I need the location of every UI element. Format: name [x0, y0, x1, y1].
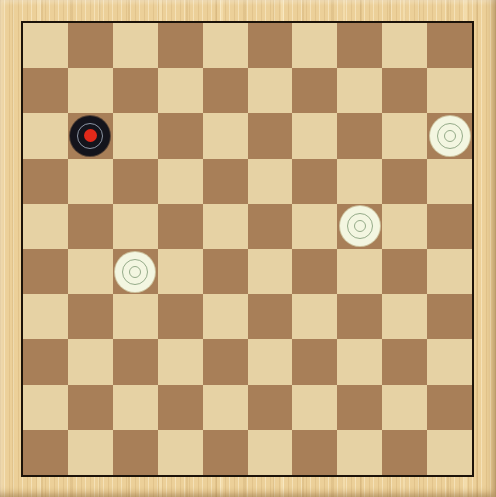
wooden-frame [0, 0, 496, 497]
board-square-r6-c1[interactable] [68, 294, 113, 339]
board-square-r9-c5[interactable] [248, 430, 293, 475]
board-square-r3-c4[interactable] [203, 159, 248, 204]
board-square-r9-c7[interactable] [337, 430, 382, 475]
board-square-r8-c0[interactable] [23, 385, 68, 430]
board-square-r0-c9[interactable] [427, 23, 472, 68]
board-square-r2-c2[interactable] [113, 113, 158, 158]
board-square-r7-c4[interactable] [203, 339, 248, 384]
board-square-r3-c1[interactable] [68, 159, 113, 204]
board-square-r8-c5[interactable] [248, 385, 293, 430]
board-square-r4-c6[interactable] [292, 204, 337, 249]
board-square-r1-c2[interactable] [113, 68, 158, 113]
piece-inner-ring [129, 266, 141, 278]
board-square-r8-c6[interactable] [292, 385, 337, 430]
board-square-r2-c0[interactable] [23, 113, 68, 158]
piece-inner-ring [444, 130, 456, 142]
board-square-r0-c7[interactable] [337, 23, 382, 68]
board-square-r8-c9[interactable] [427, 385, 472, 430]
board-square-r3-c9[interactable] [427, 159, 472, 204]
board-square-r6-c6[interactable] [292, 294, 337, 339]
board-square-r5-c5[interactable] [248, 249, 293, 294]
board-square-r4-c1[interactable] [68, 204, 113, 249]
board-square-r2-c7[interactable] [337, 113, 382, 158]
board-square-r7-c3[interactable] [158, 339, 203, 384]
board-square-r6-c2[interactable] [113, 294, 158, 339]
board-square-r9-c3[interactable] [158, 430, 203, 475]
black-man-piece[interactable] [70, 116, 110, 156]
board-square-r4-c5[interactable] [248, 204, 293, 249]
board-square-r2-c8[interactable] [382, 113, 427, 158]
board-square-r9-c0[interactable] [23, 430, 68, 475]
piece-ring [77, 123, 103, 149]
board-square-r6-c3[interactable] [158, 294, 203, 339]
board-square-r7-c0[interactable] [23, 339, 68, 384]
board-square-r4-c2[interactable] [113, 204, 158, 249]
board-square-r0-c3[interactable] [158, 23, 203, 68]
board-square-r3-c2[interactable] [113, 159, 158, 204]
board-square-r5-c4[interactable] [203, 249, 248, 294]
board-square-r9-c9[interactable] [427, 430, 472, 475]
board-square-r5-c9[interactable] [427, 249, 472, 294]
piece-ring [347, 213, 373, 239]
board-square-r1-c1[interactable] [68, 68, 113, 113]
board-square-r2-c3[interactable] [158, 113, 203, 158]
board-square-r0-c5[interactable] [248, 23, 293, 68]
board-square-r5-c3[interactable] [158, 249, 203, 294]
board-square-r7-c1[interactable] [68, 339, 113, 384]
board-square-r8-c4[interactable] [203, 385, 248, 430]
board-square-r4-c9[interactable] [427, 204, 472, 249]
board-square-r5-c7[interactable] [337, 249, 382, 294]
board-square-r4-c0[interactable] [23, 204, 68, 249]
board-square-r1-c4[interactable] [203, 68, 248, 113]
board-square-r5-c2[interactable] [113, 249, 158, 294]
board-square-r1-c7[interactable] [337, 68, 382, 113]
white-man-piece[interactable] [340, 206, 380, 246]
board-square-r0-c4[interactable] [203, 23, 248, 68]
board-square-r7-c8[interactable] [382, 339, 427, 384]
board-square-r7-c6[interactable] [292, 339, 337, 384]
board-square-r2-c4[interactable] [203, 113, 248, 158]
board-square-r1-c0[interactable] [23, 68, 68, 113]
white-man-piece[interactable] [430, 116, 470, 156]
board-square-r1-c8[interactable] [382, 68, 427, 113]
board-square-r0-c2[interactable] [113, 23, 158, 68]
piece-inner-ring [354, 220, 366, 232]
board-square-r4-c7[interactable] [337, 204, 382, 249]
board-square-r2-c1[interactable] [68, 113, 113, 158]
board-square-r6-c9[interactable] [427, 294, 472, 339]
board-square-r5-c1[interactable] [68, 249, 113, 294]
board-square-r0-c8[interactable] [382, 23, 427, 68]
board-square-r3-c5[interactable] [248, 159, 293, 204]
board-square-r3-c3[interactable] [158, 159, 203, 204]
board-square-r8-c3[interactable] [158, 385, 203, 430]
board-square-r8-c7[interactable] [337, 385, 382, 430]
board-square-r0-c1[interactable] [68, 23, 113, 68]
board-square-r5-c6[interactable] [292, 249, 337, 294]
board-square-r6-c4[interactable] [203, 294, 248, 339]
board-square-r6-c5[interactable] [248, 294, 293, 339]
board-square-r4-c4[interactable] [203, 204, 248, 249]
board-square-r9-c6[interactable] [292, 430, 337, 475]
white-man-piece[interactable] [115, 252, 155, 292]
board-square-r8-c1[interactable] [68, 385, 113, 430]
board-square-r8-c2[interactable] [113, 385, 158, 430]
piece-ring [122, 259, 148, 285]
board-square-r1-c6[interactable] [292, 68, 337, 113]
board-square-r3-c6[interactable] [292, 159, 337, 204]
board-square-r6-c0[interactable] [23, 294, 68, 339]
board-square-r9-c2[interactable] [113, 430, 158, 475]
board-square-r6-c7[interactable] [337, 294, 382, 339]
board-square-r7-c7[interactable] [337, 339, 382, 384]
board-square-r9-c4[interactable] [203, 430, 248, 475]
board-square-r1-c9[interactable] [427, 68, 472, 113]
board-square-r9-c8[interactable] [382, 430, 427, 475]
board-square-r5-c8[interactable] [382, 249, 427, 294]
board-square-r7-c9[interactable] [427, 339, 472, 384]
board-square-r2-c6[interactable] [292, 113, 337, 158]
checkers-board [21, 21, 474, 477]
piece-ring [437, 123, 463, 149]
red-dot-marker [84, 129, 97, 142]
board-square-r1-c5[interactable] [248, 68, 293, 113]
board-square-r3-c8[interactable] [382, 159, 427, 204]
board-square-r6-c8[interactable] [382, 294, 427, 339]
board-square-r7-c5[interactable] [248, 339, 293, 384]
board-square-r3-c0[interactable] [23, 159, 68, 204]
board-square-r8-c8[interactable] [382, 385, 427, 430]
board-square-r4-c8[interactable] [382, 204, 427, 249]
board-square-r3-c7[interactable] [337, 159, 382, 204]
board-square-r1-c3[interactable] [158, 68, 203, 113]
board-square-r2-c9[interactable] [427, 113, 472, 158]
board-square-r0-c0[interactable] [23, 23, 68, 68]
board-square-r5-c0[interactable] [23, 249, 68, 294]
board-square-r0-c6[interactable] [292, 23, 337, 68]
board-square-r9-c1[interactable] [68, 430, 113, 475]
board-square-r7-c2[interactable] [113, 339, 158, 384]
board-square-r4-c3[interactable] [158, 204, 203, 249]
board-square-r2-c5[interactable] [248, 113, 293, 158]
